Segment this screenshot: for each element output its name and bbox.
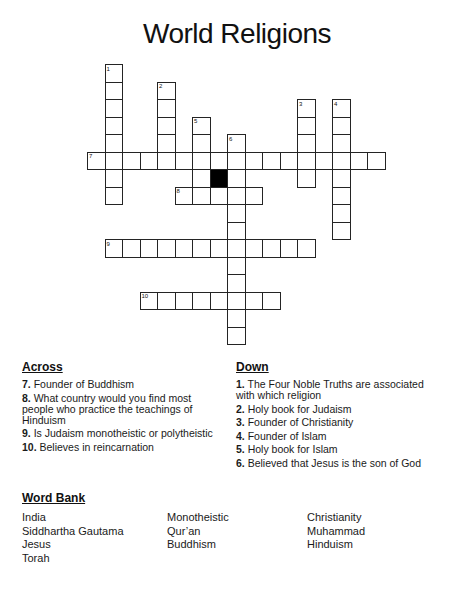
- across-clue-10: 10. Believes in reincarnation: [22, 442, 223, 453]
- cell-r12c8[interactable]: [227, 274, 246, 293]
- cell-r10c3[interactable]: [140, 239, 159, 258]
- cell-r10c11[interactable]: [280, 239, 299, 258]
- down-clue-number: 4.: [236, 430, 245, 442]
- cell-r3c12[interactable]: [297, 117, 316, 136]
- cell-r6c6[interactable]: [192, 169, 211, 188]
- cell-r13c8[interactable]: [227, 292, 246, 311]
- down-clue-number: 3.: [236, 416, 245, 428]
- cell-r15c8[interactable]: [227, 327, 246, 346]
- cell-r5c1[interactable]: [105, 152, 124, 171]
- crossword-grid: 12345678910: [87, 64, 386, 346]
- across-clues-section: Across 7. Founder of Buddhism8. What cou…: [22, 362, 223, 455]
- cell-r5c6[interactable]: [192, 152, 211, 171]
- cell-r5c12[interactable]: [297, 152, 316, 171]
- word-bank-item: Christianity: [307, 511, 452, 525]
- cell-r5c7[interactable]: [210, 152, 229, 171]
- cell-r9c14[interactable]: [332, 222, 351, 241]
- down-clue-number: 6.: [236, 457, 245, 469]
- cell-r6c12[interactable]: [297, 169, 316, 188]
- cell-r3c1[interactable]: [105, 117, 124, 136]
- across-clue-7: 7. Founder of Buddhism: [22, 379, 223, 390]
- black-cell: [210, 169, 229, 188]
- down-clue-1: 1. The Four Noble Truths are associated …: [236, 379, 426, 401]
- cell-r4c14[interactable]: [332, 134, 351, 153]
- cell-r1c1[interactable]: [105, 82, 124, 101]
- cell-r7c9[interactable]: [245, 187, 264, 206]
- down-clue-2: 2. Holy book for Judaism: [236, 404, 426, 415]
- across-clue-8: 8. What country would you find most peop…: [22, 393, 223, 426]
- down-clues-section: Down 1. The Four Noble Truths are associ…: [236, 362, 426, 471]
- word-bank-item: India: [22, 511, 167, 525]
- word-bank-column-3: ChristianityMuhammadHinduism: [307, 511, 452, 565]
- cell-r5c3[interactable]: [140, 152, 159, 171]
- cell-r10c10[interactable]: [262, 239, 281, 258]
- word-bank-item: Muhammad: [307, 525, 452, 539]
- cell-r4c1[interactable]: [105, 134, 124, 153]
- cell-r8c14[interactable]: [332, 204, 351, 223]
- cell-r13c4[interactable]: [157, 292, 176, 311]
- across-clue-number: 10.: [22, 441, 37, 453]
- cell-r3c4[interactable]: [157, 117, 176, 136]
- cell-r13c9[interactable]: [245, 292, 264, 311]
- cell-r10c7[interactable]: [210, 239, 229, 258]
- cell-r5c14[interactable]: [332, 152, 351, 171]
- cell-r5c10[interactable]: [262, 152, 281, 171]
- cell-r2c4[interactable]: [157, 99, 176, 118]
- across-clue-9: 9. Is Judaism monotheistic or polytheist…: [22, 428, 223, 439]
- cell-r10c9[interactable]: [245, 239, 264, 258]
- cell-r5c2[interactable]: [122, 152, 141, 171]
- cell-r10c6[interactable]: [192, 239, 211, 258]
- cell-r2c12[interactable]: [297, 99, 316, 118]
- down-clue-number: 2.: [236, 403, 245, 415]
- cell-r14c8[interactable]: [227, 309, 246, 328]
- word-bank-item: Monotheistic: [167, 511, 307, 525]
- word-bank-header: Word Bank: [22, 491, 452, 505]
- down-clue-3: 3. Founder of Christianity: [236, 417, 426, 428]
- cell-r10c12[interactable]: [297, 239, 316, 258]
- word-bank-column-1: IndiaSiddhartha GautamaJesusTorah: [22, 511, 167, 565]
- cell-r13c3[interactable]: [140, 292, 159, 311]
- down-clue-5: 5. Holy book for Islam: [236, 444, 426, 455]
- cell-r10c5[interactable]: [175, 239, 194, 258]
- down-clue-list: 1. The Four Noble Truths are associated …: [236, 379, 426, 469]
- cell-r10c4[interactable]: [157, 239, 176, 258]
- cell-r13c5[interactable]: [175, 292, 194, 311]
- cell-r4c8[interactable]: [227, 134, 246, 153]
- cell-r5c5[interactable]: [175, 152, 194, 171]
- cell-r1c4[interactable]: [157, 82, 176, 101]
- down-clue-number: 5.: [236, 443, 245, 455]
- across-header: Across: [22, 362, 223, 373]
- cell-r4c6[interactable]: [192, 134, 211, 153]
- cell-r3c6[interactable]: [192, 117, 211, 136]
- cell-r7c7[interactable]: [210, 187, 229, 206]
- across-clue-number: 8.: [22, 392, 31, 404]
- cell-r4c4[interactable]: [157, 134, 176, 153]
- cell-r9c8[interactable]: [227, 222, 246, 241]
- cell-r7c1[interactable]: [105, 187, 124, 206]
- cell-r6c1[interactable]: [105, 169, 124, 188]
- word-bank-item: Torah: [22, 552, 167, 566]
- cell-r5c15[interactable]: [350, 152, 369, 171]
- word-bank-section: Word Bank IndiaSiddhartha GautamaJesusTo…: [22, 491, 452, 565]
- cell-r5c16[interactable]: [367, 152, 386, 171]
- cell-r7c8[interactable]: [227, 187, 246, 206]
- cell-r13c7[interactable]: [210, 292, 229, 311]
- down-clue-number: 1.: [236, 378, 245, 390]
- cell-r13c10[interactable]: [262, 292, 281, 311]
- cell-r5c4[interactable]: [157, 152, 176, 171]
- cell-r3c14[interactable]: [332, 117, 351, 136]
- cell-r6c8[interactable]: [227, 169, 246, 188]
- word-bank-item: Hinduism: [307, 538, 452, 552]
- crossword-worksheet: World Religions 12345678910 Across 7. Fo…: [0, 0, 474, 613]
- word-bank-item: Qur’an: [167, 525, 307, 539]
- cell-r8c8[interactable]: [227, 204, 246, 223]
- down-header: Down: [236, 362, 426, 373]
- cell-r2c1[interactable]: [105, 99, 124, 118]
- word-bank-item: Buddhism: [167, 538, 307, 552]
- across-clue-list: 7. Founder of Buddhism8. What country wo…: [22, 379, 223, 453]
- cell-r7c14[interactable]: [332, 187, 351, 206]
- cell-r5c11[interactable]: [280, 152, 299, 171]
- cell-r7c5[interactable]: [175, 187, 194, 206]
- cell-r4c12[interactable]: [297, 134, 316, 153]
- down-clue-4: 4. Founder of Islam: [236, 431, 426, 442]
- cell-r7c6[interactable]: [192, 187, 211, 206]
- word-bank-column-2: MonotheisticQur’anBuddhism: [167, 511, 307, 565]
- cell-r6c14[interactable]: [332, 169, 351, 188]
- cell-r13c6[interactable]: [192, 292, 211, 311]
- cell-r11c8[interactable]: [227, 257, 246, 276]
- cell-r5c9[interactable]: [245, 152, 264, 171]
- cell-r5c8[interactable]: [227, 152, 246, 171]
- cell-r10c1[interactable]: [105, 239, 124, 258]
- cell-r10c8[interactable]: [227, 239, 246, 258]
- cell-r2c14[interactable]: [332, 99, 351, 118]
- word-bank-item: Siddhartha Gautama: [22, 525, 167, 539]
- cell-r10c2[interactable]: [122, 239, 141, 258]
- across-clue-number: 9.: [22, 427, 31, 439]
- cell-r0c1[interactable]: [105, 64, 124, 83]
- down-clue-6: 6. Believed that Jesus is the son of God: [236, 458, 426, 469]
- word-bank-columns: IndiaSiddhartha GautamaJesusTorahMonothe…: [22, 511, 452, 565]
- across-clue-number: 7.: [22, 378, 31, 390]
- word-bank-item: Jesus: [22, 538, 167, 552]
- page-title: World Religions: [0, 19, 474, 49]
- cell-r5c13[interactable]: [315, 152, 334, 171]
- cell-r5c0[interactable]: [87, 152, 106, 171]
